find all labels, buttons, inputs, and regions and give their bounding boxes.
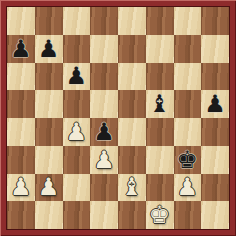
square-b1[interactable] — [35, 201, 63, 229]
square-a8[interactable] — [7, 7, 35, 35]
square-c5[interactable] — [63, 90, 91, 118]
square-f3[interactable] — [146, 146, 174, 174]
square-g1[interactable] — [174, 201, 202, 229]
square-e6[interactable] — [118, 63, 146, 91]
chess-board: ♟♟♟♝♟♟♟♟♚♟♟♝♟♚ — [7, 7, 229, 229]
board-frame: ♟♟♟♝♟♟♟♟♚♟♟♝♟♚ — [0, 0, 236, 236]
square-h3[interactable] — [201, 146, 229, 174]
black-pawn: ♟ — [7, 35, 35, 63]
square-e3[interactable] — [118, 146, 146, 174]
black-bishop: ♝ — [146, 90, 174, 118]
white-pawn: ♟ — [63, 118, 91, 146]
square-a3[interactable] — [7, 146, 35, 174]
square-d3[interactable]: ♟ — [90, 146, 118, 174]
square-e7[interactable] — [118, 35, 146, 63]
square-g2[interactable]: ♟ — [174, 174, 202, 202]
square-d5[interactable] — [90, 90, 118, 118]
square-e2[interactable]: ♝ — [118, 174, 146, 202]
square-f4[interactable] — [146, 118, 174, 146]
square-e5[interactable] — [118, 90, 146, 118]
square-h1[interactable] — [201, 201, 229, 229]
square-c2[interactable] — [63, 174, 91, 202]
white-pawn: ♟ — [90, 146, 118, 174]
square-f6[interactable] — [146, 63, 174, 91]
square-b6[interactable] — [35, 63, 63, 91]
chessboard-screenshot: ♟♟♟♝♟♟♟♟♚♟♟♝♟♚ — [0, 0, 236, 236]
square-h4[interactable] — [201, 118, 229, 146]
square-h5[interactable]: ♟ — [201, 90, 229, 118]
square-h6[interactable] — [201, 63, 229, 91]
square-e1[interactable] — [118, 201, 146, 229]
square-e8[interactable] — [118, 7, 146, 35]
square-d1[interactable] — [90, 201, 118, 229]
square-a4[interactable] — [7, 118, 35, 146]
square-g8[interactable] — [174, 7, 202, 35]
square-e4[interactable] — [118, 118, 146, 146]
white-king: ♚ — [146, 201, 174, 229]
square-g6[interactable] — [174, 63, 202, 91]
square-c3[interactable] — [63, 146, 91, 174]
square-a5[interactable] — [7, 90, 35, 118]
square-g7[interactable] — [174, 35, 202, 63]
square-a7[interactable]: ♟ — [7, 35, 35, 63]
black-pawn: ♟ — [35, 35, 63, 63]
black-pawn: ♟ — [201, 90, 229, 118]
square-b7[interactable]: ♟ — [35, 35, 63, 63]
square-h8[interactable] — [201, 7, 229, 35]
square-c8[interactable] — [63, 7, 91, 35]
square-c7[interactable] — [63, 35, 91, 63]
square-a1[interactable] — [7, 201, 35, 229]
square-b3[interactable] — [35, 146, 63, 174]
square-d8[interactable] — [90, 7, 118, 35]
square-d7[interactable] — [90, 35, 118, 63]
black-king: ♚ — [174, 146, 202, 174]
square-f2[interactable] — [146, 174, 174, 202]
square-f5[interactable]: ♝ — [146, 90, 174, 118]
square-f1[interactable]: ♚ — [146, 201, 174, 229]
square-f8[interactable] — [146, 7, 174, 35]
square-c1[interactable] — [63, 201, 91, 229]
black-pawn: ♟ — [63, 63, 91, 91]
square-b2[interactable]: ♟ — [35, 174, 63, 202]
square-a6[interactable] — [7, 63, 35, 91]
square-d4[interactable]: ♟ — [90, 118, 118, 146]
square-g4[interactable] — [174, 118, 202, 146]
square-g5[interactable] — [174, 90, 202, 118]
white-pawn: ♟ — [174, 174, 202, 202]
white-bishop: ♝ — [118, 174, 146, 202]
square-d6[interactable] — [90, 63, 118, 91]
square-c4[interactable]: ♟ — [63, 118, 91, 146]
square-b5[interactable] — [35, 90, 63, 118]
white-pawn: ♟ — [35, 174, 63, 202]
black-pawn: ♟ — [90, 118, 118, 146]
square-c6[interactable]: ♟ — [63, 63, 91, 91]
square-b8[interactable] — [35, 7, 63, 35]
square-h2[interactable] — [201, 174, 229, 202]
square-f7[interactable] — [146, 35, 174, 63]
square-g3[interactable]: ♚ — [174, 146, 202, 174]
square-h7[interactable] — [201, 35, 229, 63]
white-pawn: ♟ — [7, 174, 35, 202]
square-d2[interactable] — [90, 174, 118, 202]
square-a2[interactable]: ♟ — [7, 174, 35, 202]
square-b4[interactable] — [35, 118, 63, 146]
